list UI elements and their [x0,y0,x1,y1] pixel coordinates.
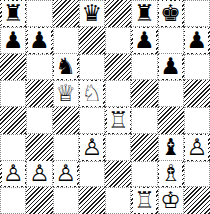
square-g2[interactable]: ♗ [158,161,184,188]
chess-board: ♜♛♜♚♟♟♟♟♞♟♕♘♖♙♝♙♙♙♙♗♖♔ [0,0,210,214]
square-a6[interactable] [0,54,26,81]
square-e8[interactable] [105,0,131,27]
white-rook-icon[interactable]: ♖ [133,188,156,213]
white-knight-icon[interactable]: ♘ [80,81,103,106]
square-b7[interactable]: ♟ [26,27,52,54]
square-h5[interactable] [184,80,210,107]
square-h7[interactable]: ♟ [184,27,210,54]
square-f6[interactable] [131,54,157,81]
square-c3[interactable] [53,134,79,161]
square-h3[interactable]: ♙ [184,134,210,161]
square-c7[interactable] [53,27,79,54]
square-f8[interactable]: ♜ [131,0,157,27]
chess-diagram: ♜♛♜♚♟♟♟♟♞♟♕♘♖♙♝♙♙♙♙♗♖♔ [0,0,210,214]
square-c1[interactable] [53,187,79,214]
square-e6[interactable] [105,54,131,81]
black-bishop-icon[interactable]: ♝ [159,135,182,160]
square-d5[interactable]: ♘ [79,80,105,107]
square-g4[interactable] [158,107,184,134]
square-h1[interactable] [184,187,210,214]
white-queen-icon[interactable]: ♕ [54,81,77,106]
white-bishop-icon[interactable]: ♗ [159,161,182,186]
square-c6[interactable]: ♞ [53,54,79,81]
square-c2[interactable]: ♙ [53,161,79,188]
white-rook-icon[interactable]: ♖ [107,108,130,133]
square-f2[interactable] [131,161,157,188]
white-king-icon[interactable]: ♔ [159,188,182,213]
white-pawn-icon[interactable]: ♙ [2,161,25,186]
square-e7[interactable] [105,27,131,54]
square-d3[interactable]: ♙ [79,134,105,161]
black-pawn-icon[interactable]: ♟ [28,28,51,53]
square-g8[interactable]: ♚ [158,0,184,27]
square-f3[interactable] [131,134,157,161]
square-e4[interactable]: ♖ [105,107,131,134]
square-a8[interactable]: ♜ [0,0,26,27]
square-g3[interactable]: ♝ [158,134,184,161]
square-g7[interactable] [158,27,184,54]
square-b8[interactable] [26,0,52,27]
square-f1[interactable]: ♖ [131,187,157,214]
square-a5[interactable] [0,80,26,107]
black-rook-icon[interactable]: ♜ [2,1,25,26]
square-d6[interactable] [79,54,105,81]
square-c5[interactable]: ♕ [53,80,79,107]
black-pawn-icon[interactable]: ♟ [185,28,208,53]
square-f7[interactable]: ♟ [131,27,157,54]
square-f4[interactable] [131,107,157,134]
white-pawn-icon[interactable]: ♙ [54,161,77,186]
square-h2[interactable] [184,161,210,188]
square-f5[interactable] [131,80,157,107]
white-pawn-icon[interactable]: ♙ [28,161,51,186]
square-b2[interactable]: ♙ [26,161,52,188]
square-c4[interactable] [53,107,79,134]
black-queen-icon[interactable]: ♛ [80,1,103,26]
square-d7[interactable] [79,27,105,54]
square-g6[interactable]: ♟ [158,54,184,81]
square-d4[interactable] [79,107,105,134]
square-e2[interactable] [105,161,131,188]
square-a2[interactable]: ♙ [0,161,26,188]
square-b3[interactable] [26,134,52,161]
square-a7[interactable]: ♟ [0,27,26,54]
square-b1[interactable] [26,187,52,214]
square-a3[interactable] [0,134,26,161]
square-a4[interactable] [0,107,26,134]
square-e1[interactable] [105,187,131,214]
square-e3[interactable] [105,134,131,161]
black-king-icon[interactable]: ♚ [159,1,182,26]
square-a1[interactable] [0,187,26,214]
black-pawn-icon[interactable]: ♟ [133,28,156,53]
square-b4[interactable] [26,107,52,134]
square-c8[interactable] [53,0,79,27]
square-h8[interactable] [184,0,210,27]
white-pawn-icon[interactable]: ♙ [80,135,103,160]
square-g5[interactable] [158,80,184,107]
black-rook-icon[interactable]: ♜ [133,1,156,26]
square-d1[interactable] [79,187,105,214]
white-pawn-icon[interactable]: ♙ [185,135,208,160]
square-h4[interactable] [184,107,210,134]
square-d2[interactable] [79,161,105,188]
square-h6[interactable] [184,54,210,81]
square-g1[interactable]: ♔ [158,187,184,214]
black-pawn-icon[interactable]: ♟ [159,54,182,79]
square-b6[interactable] [26,54,52,81]
black-knight-icon[interactable]: ♞ [54,54,77,79]
square-d8[interactable]: ♛ [79,0,105,27]
square-b5[interactable] [26,80,52,107]
black-pawn-icon[interactable]: ♟ [2,28,25,53]
square-e5[interactable] [105,80,131,107]
